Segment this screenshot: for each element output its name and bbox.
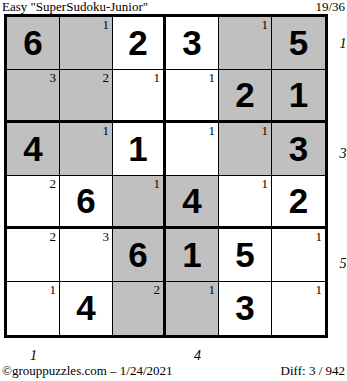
given-digit: 5 <box>235 237 254 274</box>
given-digit: 3 <box>182 25 201 62</box>
header: Easy "SuperSudoku-Junior" 19/36 <box>2 0 345 13</box>
given-digit: 1 <box>182 237 201 274</box>
cell-r5c4: 1 <box>166 229 219 282</box>
pencil-mark: 3 <box>50 71 57 84</box>
pencil-mark: 1 <box>154 177 161 190</box>
cell-r4c4: 4 <box>166 176 219 229</box>
pencil-mark: 1 <box>209 71 216 84</box>
row-label-3: 3 <box>336 147 347 161</box>
pencil-mark: 2 <box>50 177 57 190</box>
filled-counter: 19/36 <box>315 0 345 13</box>
cell-r3c1: 4 <box>7 123 60 176</box>
cell-r5c6[interactable]: 1 <box>272 229 325 282</box>
pencil-mark: 1 <box>316 230 323 243</box>
row-label-5: 5 <box>336 257 347 271</box>
pencil-mark: 2 <box>154 283 161 296</box>
difficulty-text: Diff: 3 / 942 <box>281 364 345 378</box>
cell-r6c5: 3 <box>219 282 272 335</box>
cell-r6c6[interactable]: 1 <box>272 282 325 335</box>
pencil-mark: 1 <box>262 177 269 190</box>
col-label-4: 4 <box>191 349 205 363</box>
cell-r5c2[interactable]: 3 <box>60 229 113 282</box>
pencil-mark: 1 <box>154 71 161 84</box>
cell-r1c3: 2 <box>113 17 166 70</box>
cell-r1c6: 5 <box>272 17 325 70</box>
cell-r2c6: 1 <box>272 70 325 123</box>
pencil-mark: 1 <box>316 283 323 296</box>
footer: ©grouppuzzles.com – 1/24/2021 Diff: 3 / … <box>2 364 345 378</box>
pencil-mark: 2 <box>50 230 57 243</box>
given-digit: 2 <box>235 77 254 114</box>
cell-r3c2[interactable]: 1 <box>60 123 113 176</box>
pencil-mark: 1 <box>209 283 216 296</box>
cell-r1c5[interactable]: 1 <box>219 17 272 70</box>
given-digit: 6 <box>23 25 42 62</box>
pencil-mark: 1 <box>103 18 110 31</box>
pencil-mark: 3 <box>103 230 110 243</box>
cell-r5c3: 6 <box>113 229 166 282</box>
row-label-1: 1 <box>336 37 347 51</box>
cell-r6c3[interactable]: 2 <box>113 282 166 335</box>
pencil-mark: 1 <box>209 124 216 137</box>
copyright-text: ©grouppuzzles.com – 1/24/2021 <box>2 364 173 378</box>
cell-r3c3: 1 <box>113 123 166 176</box>
given-digit: 2 <box>128 25 147 62</box>
cell-r2c1[interactable]: 3 <box>7 70 60 123</box>
cell-r4c3[interactable]: 1 <box>113 176 166 229</box>
pencil-mark: 1 <box>50 283 57 296</box>
given-digit: 5 <box>289 25 308 62</box>
cell-r2c3[interactable]: 1 <box>113 70 166 123</box>
cell-r1c4: 3 <box>166 17 219 70</box>
cell-r1c1: 6 <box>7 17 60 70</box>
sudoku-grid: 612315321121411113261412236151142131 <box>4 14 328 338</box>
given-digit: 4 <box>76 290 95 327</box>
given-digit: 4 <box>182 183 201 220</box>
cell-r6c2: 4 <box>60 282 113 335</box>
given-digit: 1 <box>289 77 308 114</box>
cell-r5c1[interactable]: 2 <box>7 229 60 282</box>
cell-r2c5: 2 <box>219 70 272 123</box>
cell-r6c1[interactable]: 1 <box>7 282 60 335</box>
cell-r4c1[interactable]: 2 <box>7 176 60 229</box>
given-digit: 3 <box>289 131 308 168</box>
cell-r3c6: 3 <box>272 123 325 176</box>
given-digit: 1 <box>128 131 147 168</box>
cell-r2c4[interactable]: 1 <box>166 70 219 123</box>
pencil-mark: 1 <box>262 18 269 31</box>
cell-r3c5[interactable]: 1 <box>219 123 272 176</box>
given-digit: 2 <box>289 183 308 220</box>
cell-r2c2[interactable]: 2 <box>60 70 113 123</box>
given-digit: 6 <box>76 183 95 220</box>
cell-r3c4[interactable]: 1 <box>166 123 219 176</box>
pencil-mark: 1 <box>103 124 110 137</box>
cell-r6c4[interactable]: 1 <box>166 282 219 335</box>
cell-r4c5[interactable]: 1 <box>219 176 272 229</box>
cell-r4c2: 6 <box>60 176 113 229</box>
pencil-mark: 2 <box>103 71 110 84</box>
cell-r5c5: 5 <box>219 229 272 282</box>
given-digit: 3 <box>235 290 254 327</box>
pencil-mark: 1 <box>262 124 269 137</box>
cell-r4c6: 2 <box>272 176 325 229</box>
given-digit: 4 <box>23 131 42 168</box>
cell-r1c2[interactable]: 1 <box>60 17 113 70</box>
page-title: Easy "SuperSudoku-Junior" <box>2 0 148 13</box>
col-label-1: 1 <box>27 349 41 363</box>
given-digit: 6 <box>128 237 147 274</box>
